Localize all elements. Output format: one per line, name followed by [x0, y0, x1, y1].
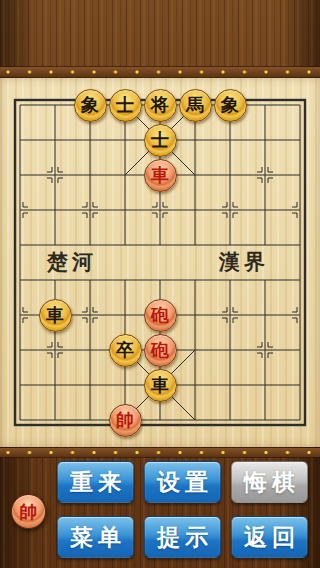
piece-red-cannon[interactable]: 砲 — [144, 299, 177, 332]
piece-black-soldier[interactable]: 卒 — [109, 334, 142, 367]
piece-black-elephant[interactable]: 象 — [74, 89, 107, 122]
undo-button[interactable]: 悔棋 — [231, 461, 308, 503]
hint-button[interactable]: 提示 — [144, 516, 221, 558]
piece-black-elephant[interactable]: 象 — [214, 89, 247, 122]
stud-strip-top — [0, 66, 320, 78]
board-grid[interactable]: 象士将馬象士車車砲卒砲車帥 — [3, 88, 318, 438]
piece-red-chariot[interactable]: 車 — [144, 159, 177, 192]
board: 楚河 漢界 象士将馬象士車車砲卒砲車帥 — [0, 78, 320, 447]
menu-button[interactable]: 菜单 — [57, 516, 134, 558]
piece-black-chariot[interactable]: 車 — [144, 369, 177, 402]
restart-button[interactable]: 重来 — [57, 461, 134, 503]
piece-red-general[interactable]: 帥 — [109, 404, 142, 437]
piece-black-general[interactable]: 将 — [144, 89, 177, 122]
piece-red-cannon[interactable]: 砲 — [144, 334, 177, 367]
piece-black-advisor[interactable]: 士 — [144, 124, 177, 157]
button-panel: 重来设置悔棋菜单提示返回 — [57, 461, 308, 558]
turn-indicator-red-general: 帥 — [11, 494, 46, 529]
piece-black-horse[interactable]: 馬 — [179, 89, 212, 122]
piece-black-advisor[interactable]: 士 — [109, 89, 142, 122]
piece-black-chariot[interactable]: 車 — [39, 299, 72, 332]
back-button[interactable]: 返回 — [231, 516, 308, 558]
app-background: 楚河 漢界 象士将馬象士車車砲卒砲車帥 帥 重来设置悔棋菜单提示返回 — [0, 0, 320, 568]
stud-strip-bottom — [0, 447, 320, 458]
settings-button[interactable]: 设置 — [144, 461, 221, 503]
